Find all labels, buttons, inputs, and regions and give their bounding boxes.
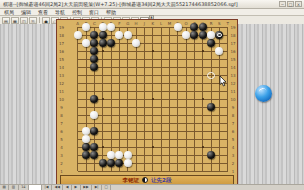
star-point [152, 98, 154, 100]
toolbar-button-0[interactable]: ▤ [2, 17, 10, 24]
white-stone [74, 31, 82, 39]
menu-item-导航[interactable]: 导航 [55, 9, 65, 15]
white-stone [115, 151, 123, 159]
status-bar: ▤▥14|◀◀◀◀▶▶▶▶|□ [0, 184, 304, 190]
black-stone [99, 39, 107, 47]
coord-col-label: O [182, 21, 190, 26]
board-panel: ABCDEFGHJKLMNOPQRST191918181717161615151… [56, 19, 238, 185]
grid-hline [78, 107, 228, 108]
nav-button-3[interactable]: |◀ [42, 185, 52, 190]
grid-hline [78, 131, 228, 132]
coord-row-label-left: 6 [57, 129, 66, 134]
title-bar: 棋谱--[御城碁谱46回2局2]大天前田晓策(W+7.25)-[御城碁谱34回2… [0, 0, 304, 9]
grid-vline [177, 27, 178, 171]
menu-item-控制[interactable]: 控制 [72, 9, 82, 15]
nav-button-7[interactable]: ▶▶ [81, 185, 92, 190]
coord-row-label-left: 14 [57, 65, 66, 70]
star-point [202, 146, 204, 148]
grid-hline [78, 123, 228, 124]
coord-col-label: R [207, 21, 215, 26]
white-player-label: 让先2段 [151, 176, 171, 184]
coord-row-label-left: 7 [57, 121, 66, 126]
toolbar-button-4[interactable]: ● [42, 17, 50, 24]
toolbar-button-1[interactable]: ▦ [11, 17, 19, 24]
status-segment-1[interactable]: ▥ [9, 185, 18, 190]
coord-row-label-right: 14 [228, 65, 238, 70]
white-stone [207, 31, 215, 39]
black-stone [99, 159, 107, 167]
star-point [102, 98, 104, 100]
coord-row-label-right: 3 [228, 153, 238, 158]
grid-hline [78, 115, 228, 116]
coord-col-label: A [74, 21, 82, 26]
white-stone [132, 39, 140, 47]
grid-hline [78, 139, 228, 140]
coord-row-label-right: 17 [228, 41, 238, 46]
coord-row-label-right: 1 [228, 169, 238, 174]
coord-row-label-left: 18 [57, 33, 66, 38]
nav-button-5[interactable]: ◀ [63, 185, 72, 190]
coord-row-label-right: 10 [228, 97, 238, 102]
coord-row-label-left: 11 [57, 89, 66, 94]
toolbar-button-2[interactable]: ◫ [20, 17, 28, 24]
white-stone [99, 23, 107, 31]
player-info-bar: 李铭证 让先2段 [60, 175, 234, 185]
menu-item-查看[interactable]: 查看 [38, 9, 48, 15]
desktop-strip-left [0, 24, 56, 184]
coord-row-label-right: 15 [228, 57, 238, 62]
go-board[interactable]: ABCDEFGHJKLMNOPQRST191918181717161615151… [57, 20, 237, 184]
menu-item-帮助[interactable]: 帮助 [106, 9, 116, 15]
white-stone [82, 39, 90, 47]
black-stone [207, 103, 215, 111]
white-stone [115, 31, 123, 39]
status-input-box[interactable] [29, 185, 42, 190]
coord-row-label-left: 5 [57, 137, 66, 142]
black-white-circle-icon [142, 177, 148, 183]
desktop-strip-right [238, 24, 304, 184]
maximize-button[interactable]: □ [287, 1, 294, 7]
window-title: 棋谱--[御城碁谱46回2局2]大天前田晓策(W+7.25)-[御城碁谱34回2… [0, 1, 279, 7]
toolbar-separator [39, 17, 40, 23]
coord-row-label-right: 12 [228, 81, 238, 86]
black-stone [207, 39, 215, 47]
mouse-cursor [219, 76, 227, 87]
coord-row-label-right: 7 [228, 121, 238, 126]
white-stone [82, 23, 90, 31]
status-segment-9[interactable]: □ [102, 185, 111, 190]
coord-row-label-left: 16 [57, 49, 66, 54]
black-stone [90, 151, 98, 159]
grid-hline [78, 171, 228, 172]
coord-col-label: H [132, 21, 140, 26]
coord-row-label-right: 9 [228, 105, 238, 110]
coord-row-label-right: 2 [228, 161, 238, 166]
black-stone [90, 95, 98, 103]
coord-row-label-left: 3 [57, 153, 66, 158]
coord-row-label-left: 9 [57, 105, 66, 110]
minimize-button[interactable]: ─ [279, 1, 286, 7]
coord-col-label: C [90, 21, 98, 26]
coord-row-label-left: 13 [57, 73, 66, 78]
menu-item-编辑[interactable]: 编辑 [21, 9, 31, 15]
next-move-ghost-circle [207, 72, 214, 79]
window-controls: ─□× [279, 1, 304, 7]
star-point [102, 146, 104, 148]
coord-col-label: M [165, 21, 173, 26]
app-window: 棋谱--[御城碁谱46回2局2]大天前田晓策(W+7.25)-[御城碁谱34回2… [0, 0, 304, 190]
coord-row-label-right: 19 [228, 25, 238, 30]
white-stone [124, 31, 132, 39]
floating-ball-button[interactable] [255, 85, 272, 102]
coord-row-label-left: 2 [57, 161, 66, 166]
black-stone [190, 31, 198, 39]
star-point [152, 146, 154, 148]
status-segment-2[interactable]: 14 [19, 185, 29, 190]
coord-row-label-right: 18 [228, 33, 238, 38]
menu-item-棋局[interactable]: 棋局 [4, 9, 14, 15]
menu-item-窗口[interactable]: 窗口 [89, 9, 99, 15]
black-stone [90, 127, 98, 135]
white-stone [124, 159, 132, 167]
star-point [202, 50, 204, 52]
black-stone [99, 31, 107, 39]
nav-button-4[interactable]: ◀◀ [52, 185, 63, 190]
status-segment-0[interactable]: ▤ [0, 185, 9, 190]
white-stone [107, 23, 115, 31]
black-stone [207, 151, 215, 159]
coord-col-label: K [149, 21, 157, 26]
black-stone [82, 151, 90, 159]
coord-col-label: G [124, 21, 132, 26]
grid-vline [186, 27, 187, 171]
coord-row-label-right: 16 [228, 49, 238, 54]
coord-row-label-right: 6 [228, 129, 238, 134]
star-point [202, 98, 204, 100]
coord-row-label-left: 1 [57, 169, 66, 174]
white-stone [82, 127, 90, 135]
coord-row-label-right: 5 [228, 137, 238, 142]
black-stone [190, 23, 198, 31]
white-stone [107, 151, 115, 159]
coord-row-label-left: 8 [57, 113, 66, 118]
black-stone [90, 47, 98, 55]
white-stone [90, 111, 98, 119]
coord-row-label-left: 12 [57, 81, 66, 86]
grid-vline [211, 27, 212, 171]
star-point [102, 50, 104, 52]
grid-vline [161, 27, 162, 171]
coord-col-label: L [157, 21, 165, 26]
black-stone [90, 63, 98, 71]
coord-row-label-right: 4 [228, 145, 238, 150]
toolbar-button-3[interactable]: ⎘ [29, 17, 37, 24]
coord-row-label-right: 8 [228, 113, 238, 118]
black-stone [199, 31, 207, 39]
black-stone [90, 143, 98, 151]
black-stone [82, 143, 90, 151]
coord-col-label: S [215, 21, 223, 26]
white-stone [124, 151, 132, 159]
white-stone [174, 23, 182, 31]
white-stone [182, 31, 190, 39]
white-stone [215, 47, 223, 55]
star-point [152, 50, 154, 52]
coord-row-label-left: 4 [57, 145, 66, 150]
black-stone [115, 159, 123, 167]
black-stone [107, 159, 115, 167]
grid-hline [78, 155, 228, 156]
coord-row-label-left: 10 [57, 97, 66, 102]
coord-row-label-right: 13 [228, 73, 238, 78]
coord-col-label: J [140, 21, 148, 26]
nav-button-8[interactable]: ▶| [92, 185, 102, 190]
coord-col-label: F [115, 21, 123, 26]
black-stone [90, 31, 98, 39]
white-stone [82, 135, 90, 143]
black-stone [90, 39, 98, 47]
black-player-label: 李铭证 [123, 176, 140, 184]
black-stone [107, 39, 115, 47]
grid-vline [194, 27, 195, 171]
black-stone [90, 55, 98, 63]
nav-button-6[interactable]: ▶ [72, 185, 81, 190]
black-stone [199, 23, 207, 31]
coord-row-label-left: 15 [57, 57, 66, 62]
grid-vline [169, 27, 170, 171]
coord-row-label-left: 17 [57, 41, 66, 46]
close-button[interactable]: × [295, 1, 302, 7]
coord-row-label-left: 19 [57, 25, 66, 30]
coord-row-label-right: 11 [228, 89, 238, 94]
